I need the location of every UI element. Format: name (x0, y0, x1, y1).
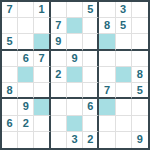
sudoku-cell-r5c5[interactable] (67, 67, 83, 83)
sudoku-cell-r8c9[interactable] (132, 116, 148, 132)
sudoku-cell-r1c3[interactable]: 1 (34, 2, 50, 18)
sudoku-cell-r3c2[interactable] (18, 34, 34, 50)
sudoku-cell-r3c1[interactable]: 5 (2, 34, 18, 50)
sudoku-cell-r2c2[interactable] (18, 18, 34, 34)
sudoku-cell-r3c6[interactable] (83, 34, 99, 50)
sudoku-cell-r7c8[interactable] (116, 99, 132, 115)
sudoku-cell-r7c1[interactable] (2, 99, 18, 115)
sudoku-cell-r9c6[interactable]: 2 (83, 132, 99, 148)
sudoku-cell-r6c6[interactable] (83, 83, 99, 99)
sudoku-cell-r2c5[interactable] (67, 18, 83, 34)
sudoku-cell-r7c9[interactable] (132, 99, 148, 115)
sudoku-cell-r8c1[interactable]: 6 (2, 116, 18, 132)
sudoku-cell-r2c8[interactable]: 5 (116, 18, 132, 34)
sudoku-cell-r4c5[interactable]: 9 (67, 51, 83, 67)
sudoku-cell-r5c2[interactable] (18, 67, 34, 83)
sudoku-cell-r6c4[interactable] (51, 83, 67, 99)
sudoku-cell-r9c4[interactable] (51, 132, 67, 148)
sudoku-cell-r4c3[interactable]: 7 (34, 51, 50, 67)
sudoku-cell-r5c3[interactable] (34, 67, 50, 83)
sudoku-cell-r7c3[interactable] (34, 99, 50, 115)
sudoku-cell-r6c5[interactable] (67, 83, 83, 99)
sudoku-cell-r1c6[interactable]: 5 (83, 2, 99, 18)
sudoku-cell-r3c5[interactable] (67, 34, 83, 50)
sudoku-cell-r6c9[interactable]: 5 (132, 83, 148, 99)
sudoku-cell-r8c4[interactable] (51, 116, 67, 132)
sudoku-cell-r2c7[interactable]: 8 (99, 18, 115, 34)
sudoku-cell-r3c3[interactable] (34, 34, 50, 50)
sudoku-cell-r9c8[interactable] (116, 132, 132, 148)
sudoku-cell-r6c2[interactable] (18, 83, 34, 99)
sudoku-cell-r3c7[interactable] (99, 34, 115, 50)
sudoku-board: 715378559679288759662329 (0, 0, 150, 150)
sudoku-cell-r4c1[interactable] (2, 51, 18, 67)
sudoku-cell-r7c4[interactable] (51, 99, 67, 115)
sudoku-cell-r9c7[interactable] (99, 132, 115, 148)
sudoku-cell-r4c6[interactable] (83, 51, 99, 67)
sudoku-cell-r3c4[interactable]: 9 (51, 34, 67, 50)
sudoku-cell-r8c7[interactable] (99, 116, 115, 132)
sudoku-cell-r2c4[interactable]: 7 (51, 18, 67, 34)
sudoku-cell-r1c7[interactable] (99, 2, 115, 18)
sudoku-cell-r1c1[interactable]: 7 (2, 2, 18, 18)
sudoku-cell-r7c6[interactable]: 6 (83, 99, 99, 115)
sudoku-cell-r6c1[interactable]: 8 (2, 83, 18, 99)
sudoku-cell-r6c8[interactable] (116, 83, 132, 99)
sudoku-cell-r5c4[interactable]: 2 (51, 67, 67, 83)
sudoku-cell-r7c5[interactable] (67, 99, 83, 115)
sudoku-cell-r9c9[interactable]: 9 (132, 132, 148, 148)
sudoku-cell-r1c2[interactable] (18, 2, 34, 18)
sudoku-cell-r6c7[interactable]: 7 (99, 83, 115, 99)
sudoku-cell-r5c9[interactable]: 8 (132, 67, 148, 83)
sudoku-cell-r6c3[interactable] (34, 83, 50, 99)
sudoku-cell-r8c2[interactable]: 2 (18, 116, 34, 132)
sudoku-cell-r3c9[interactable] (132, 34, 148, 50)
sudoku-cell-r1c9[interactable] (132, 2, 148, 18)
sudoku-cell-r4c7[interactable] (99, 51, 115, 67)
sudoku-cell-r2c3[interactable] (34, 18, 50, 34)
sudoku-cell-r9c2[interactable] (18, 132, 34, 148)
sudoku-cell-r8c6[interactable] (83, 116, 99, 132)
sudoku-cell-r2c1[interactable] (2, 18, 18, 34)
sudoku-cell-r5c8[interactable] (116, 67, 132, 83)
sudoku-cell-r4c4[interactable] (51, 51, 67, 67)
sudoku-cell-r9c5[interactable]: 3 (67, 132, 83, 148)
sudoku-cell-r3c8[interactable] (116, 34, 132, 50)
sudoku-cell-r5c1[interactable] (2, 67, 18, 83)
sudoku-cell-r4c8[interactable] (116, 51, 132, 67)
sudoku-cell-r9c1[interactable] (2, 132, 18, 148)
sudoku-cell-r7c7[interactable] (99, 99, 115, 115)
sudoku-cell-r5c7[interactable] (99, 67, 115, 83)
sudoku-cell-r4c2[interactable]: 6 (18, 51, 34, 67)
sudoku-cell-r2c9[interactable] (132, 18, 148, 34)
sudoku-cell-r2c6[interactable] (83, 18, 99, 34)
sudoku-cell-r8c5[interactable] (67, 116, 83, 132)
sudoku-cell-r1c4[interactable] (51, 2, 67, 18)
sudoku-cell-r5c6[interactable] (83, 67, 99, 83)
sudoku-cell-r1c5[interactable] (67, 2, 83, 18)
sudoku-cell-r4c9[interactable] (132, 51, 148, 67)
sudoku-cell-r1c8[interactable]: 3 (116, 2, 132, 18)
sudoku-cell-r9c3[interactable] (34, 132, 50, 148)
sudoku-cell-r8c3[interactable] (34, 116, 50, 132)
sudoku-cell-r8c8[interactable] (116, 116, 132, 132)
sudoku-cell-r7c2[interactable]: 9 (18, 99, 34, 115)
